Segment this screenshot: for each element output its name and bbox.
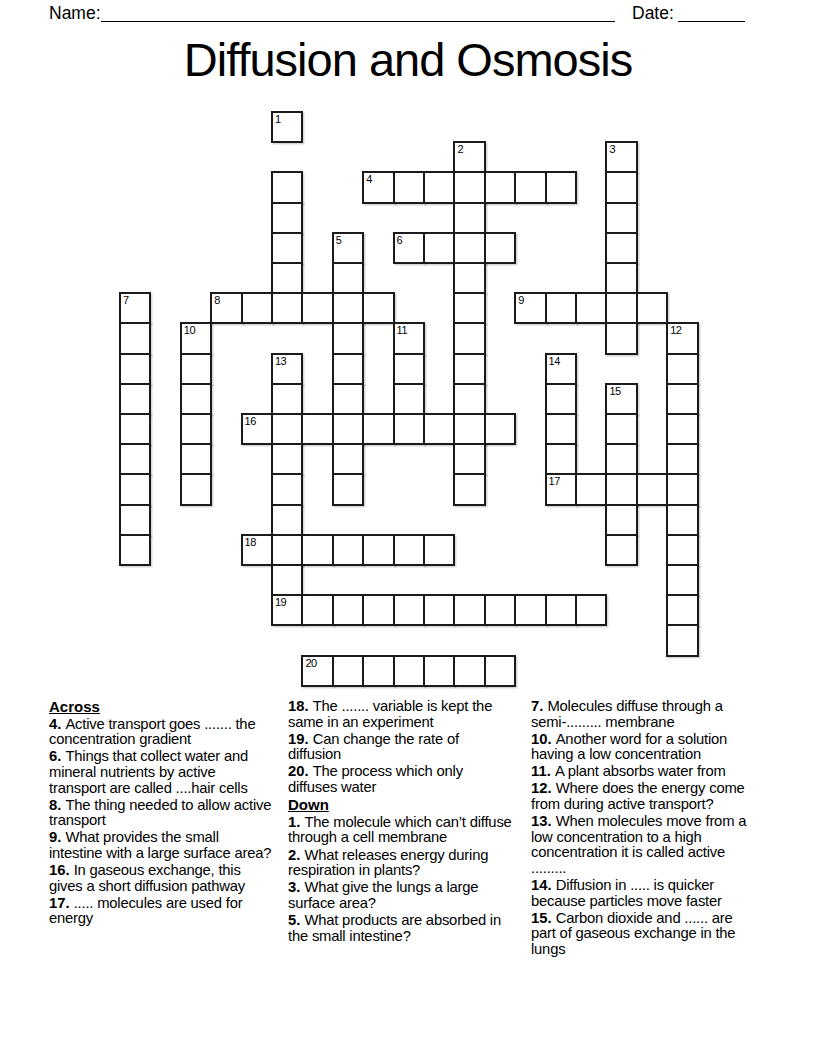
clue-item: 8. The thing needed to allow active tran… xyxy=(49,798,275,829)
grid-cell[interactable] xyxy=(605,202,637,234)
grid-cell[interactable] xyxy=(575,473,607,505)
clue-number: 14. xyxy=(531,877,556,893)
clue-list-heading: Down xyxy=(288,797,514,813)
clue-number: 4. xyxy=(49,716,65,732)
grid-cell[interactable] xyxy=(271,292,303,324)
grid-cell[interactable] xyxy=(666,624,698,656)
grid-cell[interactable] xyxy=(453,292,485,324)
clue-item: 16. In gaseous exchange, this gives a sh… xyxy=(49,863,275,894)
grid-cell[interactable] xyxy=(332,655,364,687)
grid-cell[interactable] xyxy=(575,292,607,324)
grid-cell[interactable] xyxy=(545,443,577,475)
grid-cell[interactable] xyxy=(271,473,303,505)
grid-cell[interactable] xyxy=(271,504,303,536)
cell-number: 19 xyxy=(275,596,286,608)
grid-cell[interactable] xyxy=(484,655,516,687)
clue-item: 15. Carbon dioxide and ...... are part o… xyxy=(531,911,761,958)
name-input-line[interactable] xyxy=(101,0,615,22)
clue-number: 2. xyxy=(288,847,304,863)
grid-cell[interactable] xyxy=(271,262,303,294)
grid-cell[interactable] xyxy=(271,383,303,415)
clue-column-2: 18. The ....... variable is kept the sam… xyxy=(288,699,514,946)
grid-cell[interactable] xyxy=(605,292,637,324)
grid-cell[interactable] xyxy=(119,473,151,505)
grid-cell[interactable] xyxy=(453,594,485,626)
grid-cell[interactable] xyxy=(119,353,151,385)
grid-cell[interactable] xyxy=(423,655,455,687)
grid-cell[interactable] xyxy=(605,473,637,505)
grid-cell[interactable] xyxy=(332,473,364,505)
grid-cell[interactable] xyxy=(332,383,364,415)
clue-item: 17. ..... molecules are used for energy xyxy=(49,896,275,927)
name-label: Name: xyxy=(49,2,101,24)
grid-cell[interactable] xyxy=(636,473,668,505)
clue-number: 13. xyxy=(531,813,556,829)
grid-cell[interactable] xyxy=(575,594,607,626)
grid-cell[interactable] xyxy=(666,413,698,445)
grid-cell[interactable] xyxy=(453,322,485,354)
grid-cell[interactable]: 18 xyxy=(241,534,273,566)
clue-number: 20. xyxy=(288,763,313,779)
clue-number: 8. xyxy=(49,797,65,813)
cell-number: 12 xyxy=(670,324,681,336)
grid-cell[interactable] xyxy=(666,353,698,385)
grid-cell[interactable]: 4 xyxy=(362,171,394,203)
grid-cell[interactable] xyxy=(393,655,425,687)
grid-cell[interactable] xyxy=(362,655,394,687)
clue-item: 19. Can change the rate of diffusion xyxy=(288,732,514,763)
clue-number: 18. xyxy=(288,698,313,714)
clue-item: 14. Diffusion in ..... is quicker becaus… xyxy=(531,878,761,909)
clue-number: 5. xyxy=(288,912,304,928)
crossword-grid: 1234567891011121314151617181920 xyxy=(119,111,697,685)
grid-cell[interactable] xyxy=(453,202,485,234)
grid-cell[interactable] xyxy=(453,413,485,445)
cell-number: 17 xyxy=(549,475,560,487)
grid-cell[interactable]: 14 xyxy=(545,353,577,385)
grid-cell[interactable] xyxy=(362,534,394,566)
grid-cell[interactable] xyxy=(423,171,455,203)
grid-cell[interactable] xyxy=(180,413,212,445)
grid-cell[interactable] xyxy=(271,534,303,566)
clue-column-3: 7. Molecules diffuse through a semi-....… xyxy=(531,699,761,959)
cell-number: 14 xyxy=(549,355,560,367)
grid-cell[interactable] xyxy=(119,534,151,566)
clue-number: 17. xyxy=(49,895,74,911)
cell-number: 15 xyxy=(609,385,620,397)
grid-cell[interactable] xyxy=(605,443,637,475)
cell-number: 4 xyxy=(366,173,372,185)
grid-cell[interactable] xyxy=(484,413,516,445)
grid-cell[interactable] xyxy=(666,504,698,536)
clue-item: 6. Things that collect water and mineral… xyxy=(49,749,275,796)
cell-number: 10 xyxy=(184,324,195,336)
grid-cell[interactable] xyxy=(271,564,303,596)
clue-item: 18. The ....... variable is kept the sam… xyxy=(288,699,514,730)
clue-item: 10. Another word for a solution having a… xyxy=(531,732,761,763)
grid-cell[interactable] xyxy=(545,171,577,203)
cell-number: 9 xyxy=(518,294,524,306)
grid-cell[interactable]: 16 xyxy=(241,413,273,445)
grid-cell[interactable] xyxy=(423,534,455,566)
grid-cell[interactable] xyxy=(393,171,425,203)
grid-cell[interactable] xyxy=(180,383,212,415)
grid-cell[interactable] xyxy=(301,292,333,324)
grid-cell[interactable] xyxy=(271,413,303,445)
cell-number: 20 xyxy=(305,657,316,669)
clue-item: 7. Molecules diffuse through a semi-....… xyxy=(531,699,761,730)
grid-cell[interactable] xyxy=(666,594,698,626)
clue-number: 12. xyxy=(531,780,556,796)
grid-cell[interactable] xyxy=(301,413,333,445)
grid-cell[interactable]: 20 xyxy=(301,655,333,687)
grid-cell[interactable] xyxy=(362,292,394,324)
clue-item: 4. Active transport goes ....... the con… xyxy=(49,717,275,748)
grid-cell[interactable]: 10 xyxy=(180,322,212,354)
grid-cell[interactable] xyxy=(301,534,333,566)
grid-cell[interactable] xyxy=(271,443,303,475)
grid-cell[interactable] xyxy=(453,473,485,505)
grid-cell[interactable] xyxy=(636,292,668,324)
clue-list-heading: Across xyxy=(49,699,275,715)
grid-cell[interactable]: 8 xyxy=(210,292,242,324)
grid-cell[interactable] xyxy=(666,564,698,596)
clue-item: 9. What provides the small intestine wit… xyxy=(49,830,275,861)
grid-cell[interactable] xyxy=(666,534,698,566)
grid-cell[interactable]: 3 xyxy=(605,141,637,173)
clue-number: 19. xyxy=(288,731,313,747)
grid-cell[interactable] xyxy=(180,353,212,385)
grid-cell[interactable] xyxy=(514,594,546,626)
grid-cell[interactable] xyxy=(453,171,485,203)
grid-cell[interactable]: 7 xyxy=(119,292,151,324)
grid-cell[interactable] xyxy=(271,202,303,234)
grid-cell[interactable] xyxy=(332,413,364,445)
cell-number: 8 xyxy=(214,294,220,306)
clue-number: 7. xyxy=(531,698,547,714)
grid-cell[interactable] xyxy=(545,594,577,626)
grid-cell[interactable] xyxy=(605,171,637,203)
cell-number: 7 xyxy=(123,294,129,306)
grid-cell[interactable] xyxy=(332,292,364,324)
cell-number: 16 xyxy=(245,415,256,427)
grid-cell[interactable] xyxy=(484,232,516,264)
grid-cell[interactable] xyxy=(453,383,485,415)
cell-number: 5 xyxy=(336,234,342,246)
page-title: Diffusion and Osmosis xyxy=(0,34,816,86)
grid-cell[interactable] xyxy=(119,383,151,415)
grid-cell[interactable] xyxy=(332,443,364,475)
grid-cell[interactable] xyxy=(484,594,516,626)
grid-cell[interactable] xyxy=(393,383,425,415)
grid-cell[interactable] xyxy=(545,383,577,415)
grid-cell[interactable] xyxy=(393,594,425,626)
cell-number: 13 xyxy=(275,355,286,367)
grid-cell[interactable] xyxy=(453,655,485,687)
grid-cell[interactable] xyxy=(545,413,577,445)
cell-number: 18 xyxy=(245,536,256,548)
grid-cell[interactable] xyxy=(605,232,637,264)
grid-cell[interactable]: 6 xyxy=(393,232,425,264)
clue-number: 3. xyxy=(288,879,304,895)
grid-cell[interactable]: 2 xyxy=(453,141,485,173)
grid-cell[interactable] xyxy=(393,534,425,566)
clue-item: 13. When molecules move from a low conce… xyxy=(531,814,761,876)
grid-cell[interactable] xyxy=(180,443,212,475)
grid-cell[interactable] xyxy=(393,353,425,385)
clue-column-1: Across4. Active transport goes ....... t… xyxy=(49,699,275,929)
grid-cell[interactable] xyxy=(332,534,364,566)
grid-cell[interactable] xyxy=(241,292,273,324)
clue-number: 6. xyxy=(49,748,65,764)
cell-number: 6 xyxy=(397,234,403,246)
clue-item: 1. The molecule which can’t diffuse thro… xyxy=(288,815,514,846)
grid-cell[interactable] xyxy=(484,171,516,203)
clue-item: 20. The process which only diffuses wate… xyxy=(288,764,514,795)
clue-number: 9. xyxy=(49,829,65,845)
grid-cell[interactable]: 19 xyxy=(271,594,303,626)
clue-item: 2. What releases energy during respirati… xyxy=(288,848,514,879)
grid-cell[interactable] xyxy=(301,594,333,626)
cell-number: 3 xyxy=(609,143,615,155)
grid-cell[interactable] xyxy=(605,413,637,445)
grid-cell[interactable] xyxy=(119,413,151,445)
grid-cell[interactable]: 11 xyxy=(393,322,425,354)
clue-item: 11. A plant absorbs water from xyxy=(531,764,761,780)
cell-number: 11 xyxy=(397,324,407,336)
grid-cell[interactable] xyxy=(180,473,212,505)
grid-cell[interactable] xyxy=(453,353,485,385)
grid-cell[interactable] xyxy=(119,322,151,354)
grid-cell[interactable] xyxy=(545,292,577,324)
grid-cell[interactable] xyxy=(332,594,364,626)
clue-number: 16. xyxy=(49,862,74,878)
grid-cell[interactable] xyxy=(332,262,364,294)
grid-cell[interactable] xyxy=(453,232,485,264)
grid-cell[interactable]: 9 xyxy=(514,292,546,324)
grid-cell[interactable] xyxy=(362,413,394,445)
grid-cell[interactable]: 15 xyxy=(605,383,637,415)
grid-cell[interactable] xyxy=(605,504,637,536)
cell-number: 2 xyxy=(457,143,463,155)
grid-cell[interactable] xyxy=(362,594,394,626)
cell-number: 1 xyxy=(275,113,281,125)
grid-cell[interactable]: 13 xyxy=(271,353,303,385)
grid-cell[interactable] xyxy=(666,443,698,475)
grid-cell[interactable] xyxy=(453,262,485,294)
date-label: Date: xyxy=(632,2,674,24)
clue-number: 1. xyxy=(288,814,304,830)
grid-cell[interactable] xyxy=(605,262,637,294)
grid-cell[interactable] xyxy=(423,232,455,264)
grid-cell[interactable] xyxy=(271,232,303,264)
clue-number: 15. xyxy=(531,910,556,926)
grid-cell[interactable] xyxy=(332,353,364,385)
clue-item: 3. What give the lungs a large surface a… xyxy=(288,880,514,911)
grid-cell[interactable] xyxy=(393,413,425,445)
grid-cell[interactable] xyxy=(605,322,637,354)
grid-cell[interactable] xyxy=(666,383,698,415)
grid-cell[interactable] xyxy=(514,171,546,203)
grid-cell[interactable] xyxy=(453,443,485,475)
grid-cell[interactable]: 17 xyxy=(545,473,577,505)
grid-cell[interactable] xyxy=(119,443,151,475)
grid-cell[interactable]: 5 xyxy=(332,232,364,264)
grid-cell[interactable] xyxy=(423,594,455,626)
grid-cell[interactable]: 1 xyxy=(271,111,303,143)
date-input-line[interactable] xyxy=(678,0,745,22)
grid-cell[interactable] xyxy=(332,322,364,354)
clue-item: 5. What products are absorbed in the sma… xyxy=(288,913,514,944)
grid-cell[interactable] xyxy=(119,504,151,536)
grid-cell[interactable] xyxy=(605,534,637,566)
grid-cell[interactable] xyxy=(271,171,303,203)
clue-number: 11. xyxy=(531,763,555,779)
clue-number: 10. xyxy=(531,731,556,747)
grid-cell[interactable]: 12 xyxy=(666,322,698,354)
grid-cell[interactable] xyxy=(423,413,455,445)
clue-item: 12. Where does the energy come from duri… xyxy=(531,781,761,812)
grid-cell[interactable] xyxy=(666,473,698,505)
